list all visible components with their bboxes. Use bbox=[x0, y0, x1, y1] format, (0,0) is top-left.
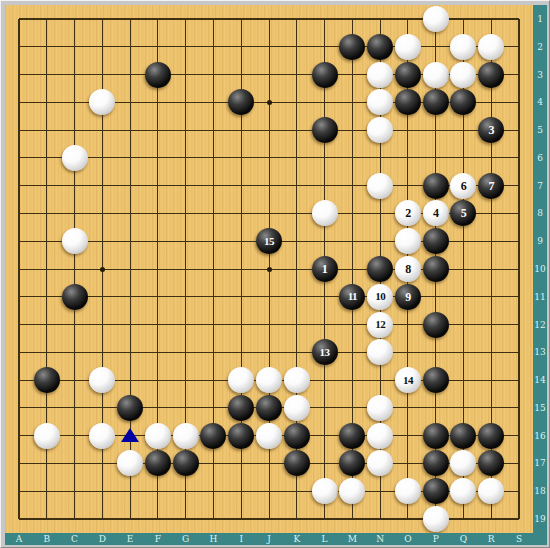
white-stone-N3 bbox=[367, 62, 393, 88]
white-stone-K14 bbox=[284, 367, 310, 393]
white-stone-B16 bbox=[34, 423, 60, 449]
move-number: 5 bbox=[461, 207, 467, 219]
white-stone-O9 bbox=[395, 228, 421, 254]
black-stone-P18 bbox=[423, 478, 449, 504]
move-number: 3 bbox=[489, 124, 495, 136]
column-label-D: D bbox=[99, 535, 106, 544]
white-stone-N12: 12 bbox=[367, 312, 393, 338]
white-stone-O2 bbox=[395, 34, 421, 60]
row-label-16: 16 bbox=[534, 431, 545, 440]
row-label-19: 19 bbox=[534, 515, 545, 524]
white-stone-L18 bbox=[312, 478, 338, 504]
black-stone-M17 bbox=[339, 450, 365, 476]
move-number: 4 bbox=[433, 207, 439, 219]
white-stone-Q18 bbox=[450, 478, 476, 504]
row-label-11: 11 bbox=[534, 292, 545, 301]
column-label-K: K bbox=[293, 535, 300, 544]
grid-line-horizontal bbox=[19, 296, 519, 297]
column-label-R: R bbox=[488, 535, 495, 544]
row-label-18: 18 bbox=[534, 487, 545, 496]
column-label-M: M bbox=[348, 535, 357, 544]
black-stone-P14 bbox=[423, 367, 449, 393]
white-stone-E17 bbox=[117, 450, 143, 476]
move-number: 2 bbox=[405, 207, 411, 219]
black-stone-N10 bbox=[367, 256, 393, 282]
go-board[interactable]: 367245151811109121314 bbox=[5, 5, 533, 533]
column-label-F: F bbox=[155, 535, 161, 544]
white-stone-N5 bbox=[367, 117, 393, 143]
row-label-2: 2 bbox=[537, 42, 543, 51]
go-diagram-window: 367245151811109121314 123456789101112131… bbox=[0, 0, 550, 548]
white-stone-P3 bbox=[423, 62, 449, 88]
black-stone-P12 bbox=[423, 312, 449, 338]
white-stone-R18 bbox=[478, 478, 504, 504]
row-label-6: 6 bbox=[537, 153, 543, 162]
black-stone-E15 bbox=[117, 395, 143, 421]
white-stone-D14 bbox=[89, 367, 115, 393]
black-stone-I16 bbox=[228, 423, 254, 449]
column-label-E: E bbox=[127, 535, 134, 544]
black-stone-R7: 7 bbox=[478, 173, 504, 199]
column-label-Q: Q bbox=[460, 535, 467, 544]
move-number: 1 bbox=[322, 263, 328, 275]
black-stone-O3 bbox=[395, 62, 421, 88]
column-labels-strip: ABCDEFGHIJKLMNOPQRS bbox=[5, 533, 547, 545]
column-label-P: P bbox=[433, 535, 439, 544]
white-stone-N16 bbox=[367, 423, 393, 449]
white-stone-L8 bbox=[312, 200, 338, 226]
white-stone-D16 bbox=[89, 423, 115, 449]
white-stone-C6 bbox=[62, 145, 88, 171]
row-label-7: 7 bbox=[537, 181, 543, 190]
row-label-5: 5 bbox=[537, 126, 543, 135]
row-label-1: 1 bbox=[537, 15, 543, 24]
black-stone-R17 bbox=[478, 450, 504, 476]
move-number: 9 bbox=[405, 291, 411, 303]
black-stone-M2 bbox=[339, 34, 365, 60]
black-stone-I15 bbox=[228, 395, 254, 421]
white-stone-M18 bbox=[339, 478, 365, 504]
row-label-12: 12 bbox=[534, 320, 545, 329]
black-stone-O4 bbox=[395, 89, 421, 115]
black-stone-O11: 9 bbox=[395, 284, 421, 310]
white-stone-P8: 4 bbox=[423, 200, 449, 226]
black-stone-P4 bbox=[423, 89, 449, 115]
column-label-J: J bbox=[267, 535, 271, 544]
black-stone-P7 bbox=[423, 173, 449, 199]
row-label-10: 10 bbox=[534, 265, 545, 274]
white-stone-G16 bbox=[173, 423, 199, 449]
star-point bbox=[267, 100, 272, 105]
white-stone-Q17 bbox=[450, 450, 476, 476]
white-stone-N11: 10 bbox=[367, 284, 393, 310]
black-stone-C11 bbox=[62, 284, 88, 310]
black-stone-M16 bbox=[339, 423, 365, 449]
black-stone-F17 bbox=[145, 450, 171, 476]
white-stone-O18 bbox=[395, 478, 421, 504]
white-stone-J14 bbox=[256, 367, 282, 393]
column-label-B: B bbox=[43, 535, 50, 544]
column-label-S: S bbox=[516, 535, 522, 544]
black-stone-L10: 1 bbox=[312, 256, 338, 282]
black-stone-H16 bbox=[200, 423, 226, 449]
black-stone-P9 bbox=[423, 228, 449, 254]
black-stone-F3 bbox=[145, 62, 171, 88]
black-stone-G17 bbox=[173, 450, 199, 476]
white-stone-N17 bbox=[367, 450, 393, 476]
move-number: 7 bbox=[489, 180, 495, 192]
column-label-G: G bbox=[182, 535, 189, 544]
black-stone-Q4 bbox=[450, 89, 476, 115]
white-stone-C9 bbox=[62, 228, 88, 254]
column-label-I: I bbox=[239, 535, 243, 544]
white-stone-N7 bbox=[367, 173, 393, 199]
black-stone-M11: 11 bbox=[339, 284, 365, 310]
white-stone-K15 bbox=[284, 395, 310, 421]
grid-line-horizontal bbox=[19, 352, 519, 353]
column-label-A: A bbox=[16, 535, 23, 544]
row-label-17: 17 bbox=[534, 459, 545, 468]
black-stone-K17 bbox=[284, 450, 310, 476]
row-label-3: 3 bbox=[537, 70, 543, 79]
black-stone-L5 bbox=[312, 117, 338, 143]
grid-line-vertical bbox=[518, 19, 520, 519]
black-stone-R5: 3 bbox=[478, 117, 504, 143]
black-stone-J9: 15 bbox=[256, 228, 282, 254]
black-stone-K16 bbox=[284, 423, 310, 449]
white-stone-N15 bbox=[367, 395, 393, 421]
row-label-14: 14 bbox=[534, 376, 545, 385]
column-label-N: N bbox=[376, 535, 384, 544]
row-label-9: 9 bbox=[537, 237, 543, 246]
white-stone-Q3 bbox=[450, 62, 476, 88]
star-point bbox=[267, 267, 272, 272]
move-number: 11 bbox=[348, 291, 357, 302]
star-point bbox=[100, 267, 105, 272]
move-number: 6 bbox=[461, 180, 467, 192]
white-stone-N4 bbox=[367, 89, 393, 115]
white-stone-I14 bbox=[228, 367, 254, 393]
white-stone-O8: 2 bbox=[395, 200, 421, 226]
white-stone-Q7: 6 bbox=[450, 173, 476, 199]
black-stone-L13: 13 bbox=[312, 339, 338, 365]
black-stone-R3 bbox=[478, 62, 504, 88]
white-stone-P19 bbox=[423, 506, 449, 532]
row-label-8: 8 bbox=[537, 209, 543, 218]
white-stone-F16 bbox=[145, 423, 171, 449]
move-number: 14 bbox=[403, 375, 413, 386]
black-stone-Q8: 5 bbox=[450, 200, 476, 226]
black-stone-N2 bbox=[367, 34, 393, 60]
white-stone-R2 bbox=[478, 34, 504, 60]
triangle-marker bbox=[121, 428, 139, 442]
move-number: 8 bbox=[405, 263, 411, 275]
black-stone-P17 bbox=[423, 450, 449, 476]
column-label-C: C bbox=[71, 535, 78, 544]
column-label-L: L bbox=[322, 535, 328, 544]
black-stone-P10 bbox=[423, 256, 449, 282]
move-number: 12 bbox=[375, 319, 385, 330]
move-number: 13 bbox=[320, 347, 330, 358]
row-label-15: 15 bbox=[534, 403, 545, 412]
black-stone-P16 bbox=[423, 423, 449, 449]
column-label-O: O bbox=[404, 535, 411, 544]
white-stone-O14: 14 bbox=[395, 367, 421, 393]
white-stone-N13 bbox=[367, 339, 393, 365]
black-stone-Q16 bbox=[450, 423, 476, 449]
move-number: 10 bbox=[375, 291, 385, 302]
black-stone-J15 bbox=[256, 395, 282, 421]
row-label-4: 4 bbox=[537, 98, 543, 107]
black-stone-I4 bbox=[228, 89, 254, 115]
row-labels-strip: 12345678910111213141516171819 bbox=[533, 5, 547, 545]
row-label-13: 13 bbox=[534, 348, 545, 357]
column-label-H: H bbox=[210, 535, 218, 544]
white-stone-J16 bbox=[256, 423, 282, 449]
white-stone-P1 bbox=[423, 6, 449, 32]
move-number: 15 bbox=[264, 236, 274, 247]
black-stone-L3 bbox=[312, 62, 338, 88]
white-stone-Q2 bbox=[450, 34, 476, 60]
black-stone-R16 bbox=[478, 423, 504, 449]
black-stone-B14 bbox=[34, 367, 60, 393]
white-stone-O10: 8 bbox=[395, 256, 421, 282]
white-stone-D4 bbox=[89, 89, 115, 115]
